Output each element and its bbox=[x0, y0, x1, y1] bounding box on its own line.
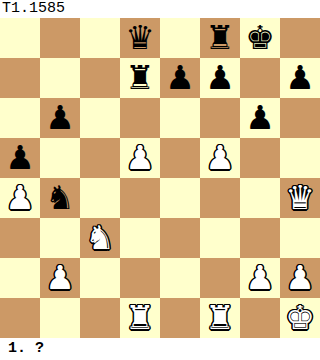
square-d6[interactable] bbox=[120, 98, 160, 138]
square-a2[interactable] bbox=[0, 258, 40, 298]
square-h7[interactable]: ♟ bbox=[280, 58, 320, 98]
square-c5[interactable] bbox=[80, 138, 120, 178]
white-rook-piece: ♜ bbox=[120, 298, 160, 338]
square-g2[interactable]: ♟ bbox=[240, 258, 280, 298]
square-d5[interactable]: ♟ bbox=[120, 138, 160, 178]
square-c7[interactable] bbox=[80, 58, 120, 98]
white-rook-piece: ♜ bbox=[200, 298, 240, 338]
square-g7[interactable] bbox=[240, 58, 280, 98]
square-a8[interactable] bbox=[0, 18, 40, 58]
square-f7[interactable]: ♟ bbox=[200, 58, 240, 98]
square-b6[interactable]: ♟ bbox=[40, 98, 80, 138]
square-h2[interactable]: ♟ bbox=[280, 258, 320, 298]
black-pawn-piece: ♟ bbox=[240, 98, 280, 138]
square-d3[interactable] bbox=[120, 218, 160, 258]
square-b8[interactable] bbox=[40, 18, 80, 58]
square-f5[interactable]: ♟ bbox=[200, 138, 240, 178]
square-g1[interactable] bbox=[240, 298, 280, 338]
square-h5[interactable] bbox=[280, 138, 320, 178]
square-e8[interactable] bbox=[160, 18, 200, 58]
square-c1[interactable] bbox=[80, 298, 120, 338]
square-c2[interactable] bbox=[80, 258, 120, 298]
chess-board: ♛♜♚♜♟♟♟♟♟♟♟♟♟♞♛♞♟♟♟♜♜♚ bbox=[0, 18, 320, 338]
square-a6[interactable] bbox=[0, 98, 40, 138]
square-b3[interactable] bbox=[40, 218, 80, 258]
square-d4[interactable] bbox=[120, 178, 160, 218]
square-a1[interactable] bbox=[0, 298, 40, 338]
square-f4[interactable] bbox=[200, 178, 240, 218]
white-pawn-piece: ♟ bbox=[200, 138, 240, 178]
square-c3[interactable]: ♞ bbox=[80, 218, 120, 258]
square-h8[interactable] bbox=[280, 18, 320, 58]
square-d8[interactable]: ♛ bbox=[120, 18, 160, 58]
square-e6[interactable] bbox=[160, 98, 200, 138]
black-pawn-piece: ♟ bbox=[280, 58, 320, 98]
white-queen-piece: ♛ bbox=[280, 178, 320, 218]
black-queen-piece: ♛ bbox=[120, 18, 160, 58]
white-pawn-piece: ♟ bbox=[240, 258, 280, 298]
white-knight-piece: ♞ bbox=[80, 218, 120, 258]
square-h1[interactable]: ♚ bbox=[280, 298, 320, 338]
status-bar: 1. ? bbox=[0, 338, 320, 360]
square-b7[interactable] bbox=[40, 58, 80, 98]
square-b2[interactable]: ♟ bbox=[40, 258, 80, 298]
white-pawn-piece: ♟ bbox=[280, 258, 320, 298]
square-e4[interactable] bbox=[160, 178, 200, 218]
square-f2[interactable] bbox=[200, 258, 240, 298]
square-f1[interactable]: ♜ bbox=[200, 298, 240, 338]
square-b1[interactable] bbox=[40, 298, 80, 338]
black-pawn-piece: ♟ bbox=[0, 138, 40, 178]
white-pawn-piece: ♟ bbox=[0, 178, 40, 218]
square-h3[interactable] bbox=[280, 218, 320, 258]
square-g4[interactable] bbox=[240, 178, 280, 218]
move-prompt: 1. ? bbox=[0, 338, 44, 360]
square-g6[interactable]: ♟ bbox=[240, 98, 280, 138]
square-e5[interactable] bbox=[160, 138, 200, 178]
square-h6[interactable] bbox=[280, 98, 320, 138]
square-b5[interactable] bbox=[40, 138, 80, 178]
square-a5[interactable]: ♟ bbox=[0, 138, 40, 178]
black-knight-piece: ♞ bbox=[40, 178, 80, 218]
square-g3[interactable] bbox=[240, 218, 280, 258]
square-g8[interactable]: ♚ bbox=[240, 18, 280, 58]
square-f8[interactable]: ♜ bbox=[200, 18, 240, 58]
square-a3[interactable] bbox=[0, 218, 40, 258]
square-a7[interactable] bbox=[0, 58, 40, 98]
square-b4[interactable]: ♞ bbox=[40, 178, 80, 218]
square-a4[interactable]: ♟ bbox=[0, 178, 40, 218]
white-pawn-piece: ♟ bbox=[40, 258, 80, 298]
square-e3[interactable] bbox=[160, 218, 200, 258]
square-d2[interactable] bbox=[120, 258, 160, 298]
black-pawn-piece: ♟ bbox=[40, 98, 80, 138]
square-c8[interactable] bbox=[80, 18, 120, 58]
square-d7[interactable]: ♜ bbox=[120, 58, 160, 98]
white-pawn-piece: ♟ bbox=[120, 138, 160, 178]
title-bar: T1.1585 bbox=[0, 0, 320, 18]
black-king-piece: ♚ bbox=[240, 18, 280, 58]
black-pawn-piece: ♟ bbox=[200, 58, 240, 98]
black-rook-piece: ♜ bbox=[120, 58, 160, 98]
chess-puzzle-app: T1.1585 ♛♜♚♜♟♟♟♟♟♟♟♟♟♞♛♞♟♟♟♜♜♚ 1. ? bbox=[0, 0, 320, 360]
square-e7[interactable]: ♟ bbox=[160, 58, 200, 98]
square-d1[interactable]: ♜ bbox=[120, 298, 160, 338]
square-c4[interactable] bbox=[80, 178, 120, 218]
square-g5[interactable] bbox=[240, 138, 280, 178]
square-e2[interactable] bbox=[160, 258, 200, 298]
puzzle-id: T1.1585 bbox=[0, 0, 65, 18]
square-e1[interactable] bbox=[160, 298, 200, 338]
square-c6[interactable] bbox=[80, 98, 120, 138]
square-f6[interactable] bbox=[200, 98, 240, 138]
black-rook-piece: ♜ bbox=[200, 18, 240, 58]
black-pawn-piece: ♟ bbox=[160, 58, 200, 98]
square-f3[interactable] bbox=[200, 218, 240, 258]
square-h4[interactable]: ♛ bbox=[280, 178, 320, 218]
white-king-piece: ♚ bbox=[280, 298, 320, 338]
